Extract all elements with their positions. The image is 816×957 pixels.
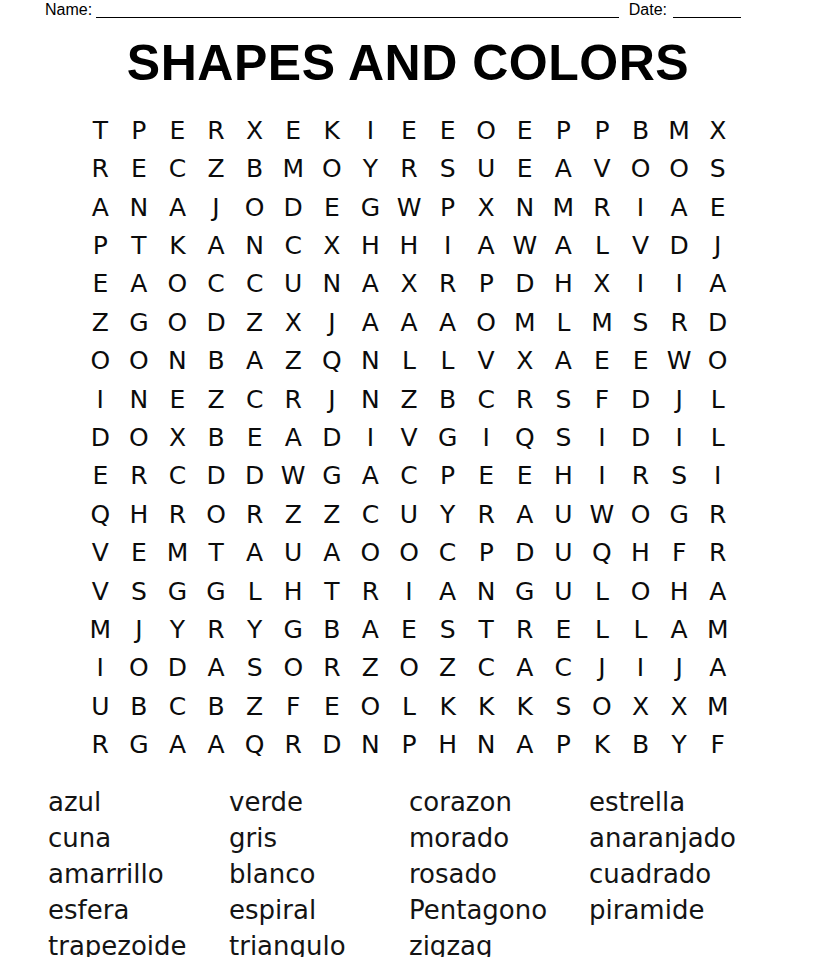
grid-cell-r9c7: D (313, 418, 352, 456)
grid-cell-r1c1: T (81, 111, 120, 149)
grid-cell-r15c3: D (158, 649, 197, 687)
grid-cell-r2c2: E (120, 149, 159, 187)
grid-cell-r1c13: P (544, 111, 583, 149)
grid-cell-r17c16: Y (660, 726, 699, 764)
grid-cell-r7c4: B (197, 341, 236, 379)
grid-cell-r7c3: N (158, 341, 197, 379)
grid-cell-r14c7: B (313, 610, 352, 648)
grid-cell-r2c3: C (158, 149, 197, 187)
word-list-column-1: azulcunaamarrilloesferatrapezoide (48, 784, 229, 957)
name-label: Name: (45, 1, 92, 19)
grid-cell-r7c6: Z (274, 341, 313, 379)
grid-cell-r2c14: V (583, 149, 622, 187)
word-piramide: piramide (589, 892, 816, 928)
grid-cell-r2c11: U (467, 149, 506, 187)
word-esfera: esfera (48, 892, 229, 928)
grid-cell-r5c11: P (467, 265, 506, 303)
grid-cell-r9c5: E (235, 418, 274, 456)
grid-cell-r6c5: Z (235, 303, 274, 341)
grid-cell-r9c3: X (158, 418, 197, 456)
grid-cell-r3c5: O (235, 188, 274, 226)
grid-cell-r2c16: O (660, 149, 699, 187)
header-row: Name: Date: (45, 1, 741, 19)
grid-cell-r9c4: B (197, 418, 236, 456)
grid-cell-r12c15: H (621, 534, 660, 572)
grid-cell-r13c17: A (698, 572, 737, 610)
grid-cell-r9c14: I (583, 418, 622, 456)
grid-cell-r1c17: X (698, 111, 737, 149)
grid-cell-r3c9: W (390, 188, 429, 226)
grid-cell-r1c11: O (467, 111, 506, 149)
grid-cell-r8c15: D (621, 380, 660, 418)
grid-cell-r6c10: A (428, 303, 467, 341)
grid-cell-r7c8: N (351, 341, 390, 379)
word-cuadrado: cuadrado (589, 856, 816, 892)
grid-cell-r11c9: U (390, 495, 429, 533)
grid-cell-r10c11: E (467, 457, 506, 495)
grid-cell-r17c13: P (544, 726, 583, 764)
grid-cell-r13c13: U (544, 572, 583, 610)
grid-cell-r8c2: N (120, 380, 159, 418)
grid-cell-r7c11: V (467, 341, 506, 379)
grid-cell-r3c3: A (158, 188, 197, 226)
grid-cell-r16c9: L (390, 687, 429, 725)
grid-cell-r12c1: V (81, 534, 120, 572)
grid-cell-r12c14: Q (583, 534, 622, 572)
grid-cell-r1c2: P (120, 111, 159, 149)
grid-cell-r10c12: E (505, 457, 544, 495)
grid-cell-r4c11: A (467, 226, 506, 264)
word-list: azulcunaamarrilloesferatrapezoideverdegr… (48, 784, 816, 957)
grid-cell-r14c15: L (621, 610, 660, 648)
grid-cell-r7c5: A (235, 341, 274, 379)
grid-cell-r2c13: A (544, 149, 583, 187)
grid-cell-r4c5: N (235, 226, 274, 264)
grid-cell-r9c15: D (621, 418, 660, 456)
grid-cell-r9c11: I (467, 418, 506, 456)
grid-cell-r1c4: R (197, 111, 236, 149)
grid-cell-r12c12: D (505, 534, 544, 572)
grid-cell-r17c9: P (390, 726, 429, 764)
grid-cell-r1c14: P (583, 111, 622, 149)
grid-cell-r12c4: T (197, 534, 236, 572)
grid-cell-r11c15: O (621, 495, 660, 533)
grid-cell-r15c4: A (197, 649, 236, 687)
worksheet-page: Name: Date: SHAPES AND COLORS TPERXEKIEE… (0, 0, 816, 957)
word-trapezoide: trapezoide (48, 928, 229, 957)
grid-cell-r15c11: C (467, 649, 506, 687)
grid-cell-r13c10: A (428, 572, 467, 610)
grid-cell-r5c15: I (621, 265, 660, 303)
grid-cell-r11c10: Y (428, 495, 467, 533)
word-list-column-4: estrellaanaranjadocuadradopiramide (589, 784, 816, 957)
grid-cell-r2c17: S (698, 149, 737, 187)
grid-cell-r15c5: S (235, 649, 274, 687)
grid-cell-r14c14: L (583, 610, 622, 648)
grid-cell-r11c12: A (505, 495, 544, 533)
grid-cell-r12c2: E (120, 534, 159, 572)
grid-cell-r15c1: I (81, 649, 120, 687)
grid-cell-r1c10: E (428, 111, 467, 149)
grid-cell-r2c12: E (505, 149, 544, 187)
word-espiral: espiral (229, 892, 409, 928)
grid-cell-r17c2: G (120, 726, 159, 764)
grid-cell-r16c10: K (428, 687, 467, 725)
word-cuna: cuna (48, 820, 229, 856)
grid-cell-r11c8: C (351, 495, 390, 533)
grid-cell-r15c10: Z (428, 649, 467, 687)
grid-cell-r2c1: R (81, 149, 120, 187)
grid-cell-r15c16: J (660, 649, 699, 687)
grid-cell-r4c1: P (81, 226, 120, 264)
grid-cell-r14c6: G (274, 610, 313, 648)
grid-cell-r10c3: C (158, 457, 197, 495)
grid-cell-r12c6: U (274, 534, 313, 572)
grid-cell-r6c12: M (505, 303, 544, 341)
grid-cell-r16c12: K (505, 687, 544, 725)
grid-cell-r17c12: A (505, 726, 544, 764)
grid-cell-r11c17: R (698, 495, 737, 533)
grid-cell-r4c7: X (313, 226, 352, 264)
grid-cell-r15c15: I (621, 649, 660, 687)
grid-cell-r1c5: X (235, 111, 274, 149)
grid-cell-r13c6: H (274, 572, 313, 610)
grid-cell-r2c15: O (621, 149, 660, 187)
grid-cell-r7c10: L (428, 341, 467, 379)
grid-cell-r10c9: C (390, 457, 429, 495)
grid-cell-r5c14: X (583, 265, 622, 303)
grid-cell-r1c7: K (313, 111, 352, 149)
grid-cell-r1c6: E (274, 111, 313, 149)
grid-cell-r8c17: L (698, 380, 737, 418)
grid-cell-r9c6: A (274, 418, 313, 456)
grid-cell-r12c16: F (660, 534, 699, 572)
grid-cell-r10c1: E (81, 457, 120, 495)
grid-cell-r17c14: K (583, 726, 622, 764)
grid-cell-r3c13: M (544, 188, 583, 226)
word-rosado: rosado (409, 856, 589, 892)
grid-cell-r4c12: W (505, 226, 544, 264)
grid-cell-r16c1: U (81, 687, 120, 725)
grid-cell-r5c16: I (660, 265, 699, 303)
grid-cell-r10c13: H (544, 457, 583, 495)
grid-cell-r16c15: X (621, 687, 660, 725)
grid-cell-r9c17: L (698, 418, 737, 456)
grid-cell-r15c13: C (544, 649, 583, 687)
grid-cell-r6c9: A (390, 303, 429, 341)
grid-cell-r13c11: N (467, 572, 506, 610)
grid-cell-r12c10: C (428, 534, 467, 572)
grid-cell-r17c8: N (351, 726, 390, 764)
grid-cell-r10c5: D (235, 457, 274, 495)
grid-cell-r16c16: X (660, 687, 699, 725)
grid-cell-r8c13: S (544, 380, 583, 418)
grid-cell-r17c6: R (274, 726, 313, 764)
grid-cell-r6c8: A (351, 303, 390, 341)
grid-cell-r14c8: A (351, 610, 390, 648)
grid-cell-r11c6: Z (274, 495, 313, 533)
grid-cell-r7c12: X (505, 341, 544, 379)
grid-cell-r4c4: A (197, 226, 236, 264)
grid-cell-r4c17: J (698, 226, 737, 264)
grid-cell-r3c14: R (583, 188, 622, 226)
grid-cell-r11c11: R (467, 495, 506, 533)
grid-cell-r1c12: E (505, 111, 544, 149)
grid-cell-r8c7: J (313, 380, 352, 418)
word-pentagono: Pentagono (409, 892, 589, 928)
grid-cell-r8c14: F (583, 380, 622, 418)
grid-cell-r14c2: J (120, 610, 159, 648)
grid-cell-r4c6: C (274, 226, 313, 264)
grid-cell-r10c16: S (660, 457, 699, 495)
grid-cell-r1c9: E (390, 111, 429, 149)
grid-cell-r14c16: A (660, 610, 699, 648)
word-triangulo: triangulo (229, 928, 409, 957)
grid-cell-r5c8: A (351, 265, 390, 303)
word-gris: gris (229, 820, 409, 856)
grid-cell-r13c4: G (197, 572, 236, 610)
grid-cell-r15c17: A (698, 649, 737, 687)
grid-cell-r9c13: S (544, 418, 583, 456)
grid-cell-r12c3: M (158, 534, 197, 572)
grid-cell-r14c1: M (81, 610, 120, 648)
word-amarrillo: amarrillo (48, 856, 229, 892)
word-list-column-3: corazonmoradorosadoPentagonozigzag (409, 784, 589, 957)
grid-cell-r3c4: J (197, 188, 236, 226)
grid-cell-r11c3: R (158, 495, 197, 533)
grid-cell-r10c6: W (274, 457, 313, 495)
grid-cell-r6c1: Z (81, 303, 120, 341)
grid-cell-r2c4: Z (197, 149, 236, 187)
grid-cell-r4c8: H (351, 226, 390, 264)
grid-cell-r4c14: L (583, 226, 622, 264)
grid-cell-r13c12: G (505, 572, 544, 610)
grid-cell-r13c16: H (660, 572, 699, 610)
grid-cell-r16c14: O (583, 687, 622, 725)
grid-cell-r16c4: B (197, 687, 236, 725)
grid-cell-r2c6: M (274, 149, 313, 187)
grid-cell-r16c11: K (467, 687, 506, 725)
grid-cell-r1c8: I (351, 111, 390, 149)
grid-cell-r7c1: O (81, 341, 120, 379)
grid-cell-r9c16: I (660, 418, 699, 456)
grid-cell-r2c10: S (428, 149, 467, 187)
grid-cell-r11c5: R (235, 495, 274, 533)
grid-cell-r6c17: D (698, 303, 737, 341)
grid-cell-r14c11: T (467, 610, 506, 648)
grid-cell-r6c13: L (544, 303, 583, 341)
grid-cell-r3c12: N (505, 188, 544, 226)
grid-cell-r15c2: O (120, 649, 159, 687)
grid-cell-r5c17: A (698, 265, 737, 303)
grid-cell-r6c6: X (274, 303, 313, 341)
grid-cell-r15c12: A (505, 649, 544, 687)
grid-cell-r16c5: Z (235, 687, 274, 725)
grid-cell-r8c4: Z (197, 380, 236, 418)
grid-cell-r13c15: O (621, 572, 660, 610)
grid-cell-r3c10: P (428, 188, 467, 226)
grid-cell-r10c8: A (351, 457, 390, 495)
grid-cell-r16c13: S (544, 687, 583, 725)
grid-cell-r4c3: K (158, 226, 197, 264)
grid-cell-r17c7: D (313, 726, 352, 764)
grid-cell-r11c14: W (583, 495, 622, 533)
grid-cell-r7c2: O (120, 341, 159, 379)
word-list-column-2: verdegrisblancoespiraltriangulo (229, 784, 409, 957)
grid-cell-r11c1: Q (81, 495, 120, 533)
grid-cell-r17c4: A (197, 726, 236, 764)
grid-cell-r15c6: O (274, 649, 313, 687)
grid-cell-r9c9: V (390, 418, 429, 456)
grid-cell-r17c17: F (698, 726, 737, 764)
grid-cell-r3c1: A (81, 188, 120, 226)
grid-cell-r17c11: N (467, 726, 506, 764)
grid-cell-r6c16: R (660, 303, 699, 341)
grid-cell-r4c16: D (660, 226, 699, 264)
grid-cell-r13c2: S (120, 572, 159, 610)
grid-cell-r14c10: S (428, 610, 467, 648)
grid-cell-r10c7: G (313, 457, 352, 495)
grid-cell-r6c3: O (158, 303, 197, 341)
word-zigzag: zigzag (409, 928, 589, 957)
grid-cell-r2c5: B (235, 149, 274, 187)
grid-cell-r6c2: G (120, 303, 159, 341)
word-morado: morado (409, 820, 589, 856)
grid-cell-r7c7: Q (313, 341, 352, 379)
grid-cell-r6c4: D (197, 303, 236, 341)
grid-cell-r14c13: E (544, 610, 583, 648)
grid-cell-r3c6: D (274, 188, 313, 226)
grid-cell-r5c4: C (197, 265, 236, 303)
grid-cell-r2c7: O (313, 149, 352, 187)
grid-cell-r11c2: H (120, 495, 159, 533)
grid-cell-r8c12: R (505, 380, 544, 418)
grid-cell-r10c10: P (428, 457, 467, 495)
word-anaranjado: anaranjado (589, 820, 816, 856)
grid-cell-r12c11: P (467, 534, 506, 572)
grid-cell-r9c2: O (120, 418, 159, 456)
grid-cell-r3c8: G (351, 188, 390, 226)
grid-cell-r8c8: N (351, 380, 390, 418)
grid-cell-r3c2: N (120, 188, 159, 226)
grid-cell-r11c13: U (544, 495, 583, 533)
word-estrella: estrella (589, 784, 816, 820)
grid-cell-r17c5: Q (235, 726, 274, 764)
grid-cell-r9c1: D (81, 418, 120, 456)
grid-cell-r7c15: E (621, 341, 660, 379)
grid-cell-r4c9: H (390, 226, 429, 264)
grid-cell-r8c5: C (235, 380, 274, 418)
grid-cell-r8c1: I (81, 380, 120, 418)
grid-cell-r11c4: O (197, 495, 236, 533)
grid-cell-r13c7: T (313, 572, 352, 610)
grid-cell-r17c15: B (621, 726, 660, 764)
grid-cell-r15c7: R (313, 649, 352, 687)
grid-cell-r14c5: Y (235, 610, 274, 648)
grid-cell-r13c3: G (158, 572, 197, 610)
grid-cell-r8c10: B (428, 380, 467, 418)
grid-cell-r13c1: V (81, 572, 120, 610)
grid-cell-r16c6: F (274, 687, 313, 725)
grid-cell-r12c5: A (235, 534, 274, 572)
grid-cell-r5c7: N (313, 265, 352, 303)
grid-cell-r15c9: O (390, 649, 429, 687)
grid-cell-r1c3: E (158, 111, 197, 149)
grid-cell-r3c16: A (660, 188, 699, 226)
grid-cell-r11c7: Z (313, 495, 352, 533)
grid-cell-r4c13: A (544, 226, 583, 264)
date-label: Date: (629, 1, 667, 19)
grid-cell-r5c12: D (505, 265, 544, 303)
grid-cell-r17c3: A (158, 726, 197, 764)
grid-cell-r7c13: A (544, 341, 583, 379)
grid-cell-r13c8: R (351, 572, 390, 610)
grid-cell-r1c15: B (621, 111, 660, 149)
grid-cell-r2c9: R (390, 149, 429, 187)
grid-cell-r12c17: R (698, 534, 737, 572)
grid-cell-r5c6: U (274, 265, 313, 303)
grid-cell-r5c10: R (428, 265, 467, 303)
grid-cell-r16c2: B (120, 687, 159, 725)
grid-cell-r12c8: O (351, 534, 390, 572)
grid-cell-r15c8: Z (351, 649, 390, 687)
grid-cell-r16c17: M (698, 687, 737, 725)
grid-cell-r14c17: M (698, 610, 737, 648)
grid-cell-r16c8: O (351, 687, 390, 725)
grid-cell-r11c16: G (660, 495, 699, 533)
grid-cell-r16c7: E (313, 687, 352, 725)
grid-cell-r17c1: R (81, 726, 120, 764)
grid-cell-r4c15: V (621, 226, 660, 264)
grid-cell-r13c14: L (583, 572, 622, 610)
grid-cell-r8c16: J (660, 380, 699, 418)
grid-cell-r9c12: Q (505, 418, 544, 456)
grid-cell-r3c11: X (467, 188, 506, 226)
word-verde: verde (229, 784, 409, 820)
grid-cell-r12c7: A (313, 534, 352, 572)
word-search-grid: TPERXEKIEEOEPPBMXRECZBMOYRSUEAVOOSANAJOD… (81, 111, 737, 764)
grid-cell-r10c4: D (197, 457, 236, 495)
grid-cell-r1c16: M (660, 111, 699, 149)
grid-cell-r7c17: O (698, 341, 737, 379)
grid-cell-r17c10: H (428, 726, 467, 764)
grid-cell-r7c9: L (390, 341, 429, 379)
name-blank-line (96, 3, 619, 18)
date-blank-line (673, 3, 741, 18)
grid-cell-r6c7: J (313, 303, 352, 341)
grid-cell-r13c5: L (235, 572, 274, 610)
grid-cell-r10c14: I (583, 457, 622, 495)
grid-cell-r6c15: S (621, 303, 660, 341)
grid-cell-r4c2: T (120, 226, 159, 264)
grid-cell-r14c3: Y (158, 610, 197, 648)
grid-cell-r2c8: Y (351, 149, 390, 187)
grid-cell-r5c2: A (120, 265, 159, 303)
grid-cell-r16c3: C (158, 687, 197, 725)
word-blanco: blanco (229, 856, 409, 892)
grid-cell-r5c9: X (390, 265, 429, 303)
grid-cell-r9c8: I (351, 418, 390, 456)
grid-cell-r5c13: H (544, 265, 583, 303)
puzzle-title: SHAPES AND COLORS (0, 34, 816, 92)
grid-cell-r3c17: E (698, 188, 737, 226)
grid-cell-r12c13: U (544, 534, 583, 572)
grid-cell-r5c1: E (81, 265, 120, 303)
grid-cell-r13c9: I (390, 572, 429, 610)
grid-cell-r14c9: E (390, 610, 429, 648)
grid-cell-r7c16: W (660, 341, 699, 379)
grid-cell-r3c15: I (621, 188, 660, 226)
